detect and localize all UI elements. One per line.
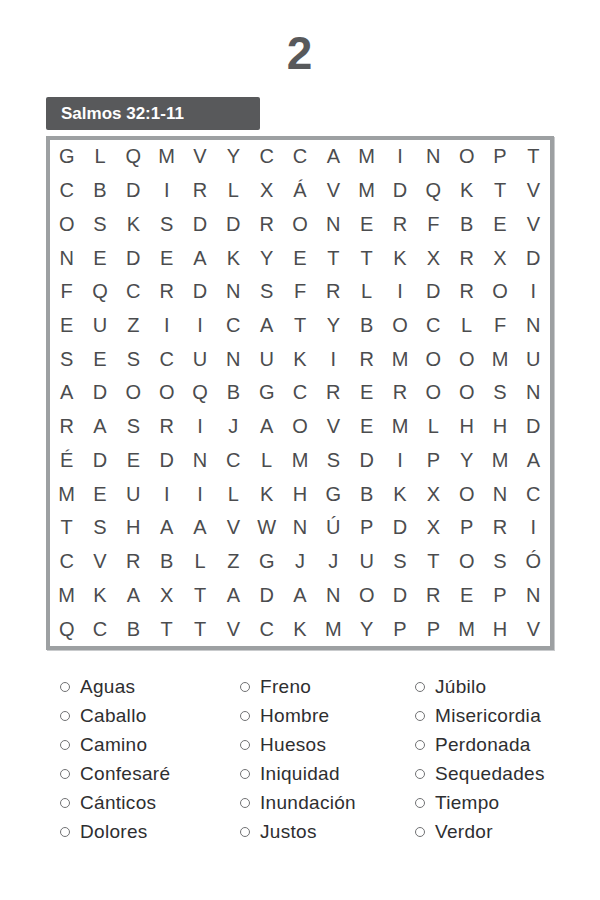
grid-cell[interactable]: V: [183, 140, 216, 174]
grid-cell[interactable]: C: [283, 376, 316, 410]
grid-cell[interactable]: O: [283, 207, 316, 241]
grid-cell[interactable]: I: [183, 410, 216, 444]
grid-cell[interactable]: N: [483, 477, 516, 511]
grid-cell[interactable]: P: [417, 612, 450, 646]
word-label: Caballo: [80, 705, 147, 727]
grid-cell[interactable]: T: [183, 612, 216, 646]
grid-cell[interactable]: H: [483, 612, 516, 646]
grid-cell[interactable]: I: [183, 477, 216, 511]
grid-cell[interactable]: Ú: [317, 511, 350, 545]
grid-cell[interactable]: K: [250, 477, 283, 511]
word-label: Huesos: [260, 734, 326, 756]
grid-cell[interactable]: Q: [417, 174, 450, 208]
grid-cell[interactable]: H: [483, 410, 516, 444]
grid-cell[interactable]: R: [317, 376, 350, 410]
grid-cell[interactable]: T: [350, 241, 383, 275]
grid-cell[interactable]: A: [217, 579, 250, 613]
word-item: Huesos: [240, 730, 356, 759]
grid-cell[interactable]: F: [283, 275, 316, 309]
scripture-badge: Salmos 32:1-11: [46, 97, 260, 130]
grid-cell[interactable]: V: [517, 612, 550, 646]
grid-cell[interactable]: S: [250, 275, 283, 309]
grid-cell[interactable]: Ó: [517, 545, 550, 579]
word-search-grid: GLQMVYCCAMINOPTCBDIRLXÁVMDQKTVOSKSDDRONE…: [46, 136, 554, 650]
grid-cell[interactable]: O: [50, 207, 83, 241]
grid-cell[interactable]: J: [317, 545, 350, 579]
word-label: Camino: [80, 734, 147, 756]
grid-cell[interactable]: D: [250, 579, 283, 613]
grid-cell[interactable]: A: [117, 579, 150, 613]
grid-cell[interactable]: I: [517, 275, 550, 309]
grid-cell[interactable]: Y: [317, 309, 350, 343]
grid-cell[interactable]: D: [117, 174, 150, 208]
grid-cell[interactable]: C: [417, 309, 450, 343]
grid-cell[interactable]: E: [83, 477, 116, 511]
grid-cell[interactable]: Q: [50, 612, 83, 646]
word-item: Iniquidad: [240, 759, 356, 788]
grid-cell[interactable]: T: [183, 579, 216, 613]
grid-cell[interactable]: A: [50, 376, 83, 410]
grid-cell[interactable]: X: [150, 579, 183, 613]
grid-cell[interactable]: P: [483, 140, 516, 174]
grid-cell[interactable]: N: [50, 241, 83, 275]
grid-cell[interactable]: A: [250, 309, 283, 343]
grid-cell[interactable]: P: [450, 511, 483, 545]
grid-cell[interactable]: W: [250, 511, 283, 545]
grid-cell[interactable]: K: [383, 241, 416, 275]
grid-cell[interactable]: A: [250, 410, 283, 444]
grid-cell[interactable]: U: [350, 545, 383, 579]
word-checkbox-circle-icon[interactable]: [240, 769, 250, 779]
word-item: Verdor: [415, 817, 545, 846]
word-label: Inundación: [260, 792, 356, 814]
grid-cell[interactable]: O: [117, 376, 150, 410]
grid-cell[interactable]: N: [217, 342, 250, 376]
grid-cell[interactable]: D: [417, 275, 450, 309]
grid-cell[interactable]: S: [83, 207, 116, 241]
grid-cell[interactable]: M: [150, 140, 183, 174]
grid-cell[interactable]: R: [150, 275, 183, 309]
grid-cell[interactable]: I: [150, 477, 183, 511]
grid-cell[interactable]: E: [483, 207, 516, 241]
grid-cell[interactable]: D: [83, 376, 116, 410]
grid-cell[interactable]: G: [250, 545, 283, 579]
grid-cell[interactable]: T: [317, 241, 350, 275]
grid-cell[interactable]: S: [50, 342, 83, 376]
grid-cell[interactable]: B: [450, 207, 483, 241]
grid-cell[interactable]: P: [483, 579, 516, 613]
grid-cell[interactable]: N: [283, 511, 316, 545]
grid-cell[interactable]: X: [417, 477, 450, 511]
grid-cell[interactable]: R: [417, 579, 450, 613]
grid-cell[interactable]: D: [350, 444, 383, 478]
grid-cell[interactable]: M: [50, 477, 83, 511]
word-item: Aguas: [60, 672, 170, 701]
word-checkbox-circle-icon[interactable]: [60, 682, 70, 692]
grid-cell[interactable]: U: [83, 309, 116, 343]
page-number: 2: [0, 26, 600, 80]
word-checkbox-circle-icon[interactable]: [415, 740, 425, 750]
grid-cell[interactable]: K: [283, 342, 316, 376]
grid-cell[interactable]: I: [317, 342, 350, 376]
grid-cell[interactable]: D: [517, 241, 550, 275]
word-item: Justos: [240, 817, 356, 846]
grid-cell[interactable]: M: [383, 342, 416, 376]
word-checkbox-circle-icon[interactable]: [60, 740, 70, 750]
grid-cell[interactable]: L: [250, 444, 283, 478]
grid-cell[interactable]: T: [483, 174, 516, 208]
grid-cell[interactable]: V: [217, 511, 250, 545]
grid-cell[interactable]: A: [517, 444, 550, 478]
grid-cell[interactable]: R: [117, 545, 150, 579]
grid-cell[interactable]: B: [117, 612, 150, 646]
word-label: Freno: [260, 676, 311, 698]
word-item: Júbilo: [415, 672, 545, 701]
grid-cell[interactable]: L: [417, 410, 450, 444]
grid-cell[interactable]: S: [83, 511, 116, 545]
grid-cell[interactable]: E: [83, 342, 116, 376]
grid-cell[interactable]: M: [450, 612, 483, 646]
grid-cell[interactable]: L: [183, 545, 216, 579]
grid-cell[interactable]: Z: [117, 309, 150, 343]
grid-cell[interactable]: C: [50, 545, 83, 579]
grid-cell[interactable]: E: [450, 579, 483, 613]
grid-cell[interactable]: T: [417, 545, 450, 579]
grid-cell[interactable]: S: [483, 376, 516, 410]
grid-cell[interactable]: H: [283, 477, 316, 511]
grid-cell[interactable]: Q: [83, 275, 116, 309]
grid-cell[interactable]: M: [350, 174, 383, 208]
grid-cell[interactable]: C: [217, 444, 250, 478]
grid-cell[interactable]: S: [150, 207, 183, 241]
grid-cell[interactable]: C: [217, 309, 250, 343]
word-label: Iniquidad: [260, 763, 340, 785]
grid-cell[interactable]: K: [117, 207, 150, 241]
grid-cell[interactable]: C: [517, 477, 550, 511]
grid-cell[interactable]: S: [483, 545, 516, 579]
grid-cell[interactable]: V: [517, 174, 550, 208]
grid-cell[interactable]: F: [417, 207, 450, 241]
grid-cell[interactable]: U: [517, 342, 550, 376]
grid-cell[interactable]: R: [350, 342, 383, 376]
grid-cell[interactable]: V: [517, 207, 550, 241]
grid-cell[interactable]: I: [383, 140, 416, 174]
grid-cell[interactable]: U: [117, 477, 150, 511]
grid-cell[interactable]: I: [383, 275, 416, 309]
grid-cell[interactable]: R: [383, 207, 416, 241]
grid-cell[interactable]: K: [450, 174, 483, 208]
word-label: Aguas: [80, 676, 135, 698]
grid-cell[interactable]: O: [417, 342, 450, 376]
word-checkbox-circle-icon[interactable]: [240, 682, 250, 692]
grid-cell[interactable]: B: [83, 174, 116, 208]
grid-cell[interactable]: C: [250, 612, 283, 646]
grid-cell[interactable]: U: [250, 342, 283, 376]
grid-cell[interactable]: A: [283, 579, 316, 613]
grid-cell[interactable]: T: [517, 140, 550, 174]
grid-cell[interactable]: O: [483, 275, 516, 309]
grid-cell[interactable]: V: [83, 545, 116, 579]
word-checkbox-circle-icon[interactable]: [60, 827, 70, 837]
word-item: Misericordia: [415, 701, 545, 730]
word-item: Tiempo: [415, 788, 545, 817]
word-label: Confesaré: [80, 763, 170, 785]
grid-cell[interactable]: A: [183, 241, 216, 275]
grid-cell[interactable]: N: [317, 207, 350, 241]
grid-cell[interactable]: H: [117, 511, 150, 545]
grid-cell[interactable]: K: [83, 579, 116, 613]
grid-cell[interactable]: C: [150, 342, 183, 376]
word-checkbox-circle-icon[interactable]: [240, 711, 250, 721]
grid-cell[interactable]: H: [450, 410, 483, 444]
word-label: Misericordia: [435, 705, 541, 727]
word-checkbox-circle-icon[interactable]: [415, 711, 425, 721]
word-item: Caballo: [60, 701, 170, 730]
word-label: Sequedades: [435, 763, 545, 785]
grid-cell[interactable]: Y: [250, 241, 283, 275]
word-label: Júbilo: [435, 676, 486, 698]
grid-cell[interactable]: M: [483, 342, 516, 376]
word-checkbox-circle-icon[interactable]: [60, 769, 70, 779]
grid-cell[interactable]: I: [383, 444, 416, 478]
grid-cell[interactable]: J: [283, 545, 316, 579]
grid-cell[interactable]: V: [317, 410, 350, 444]
grid-cell[interactable]: F: [50, 275, 83, 309]
grid-cell[interactable]: N: [183, 444, 216, 478]
grid-cell[interactable]: D: [83, 444, 116, 478]
grid-cell[interactable]: S: [117, 410, 150, 444]
grid-cell[interactable]: N: [517, 376, 550, 410]
grid-cell[interactable]: Y: [350, 612, 383, 646]
grid-cell[interactable]: B: [150, 545, 183, 579]
grid-cell[interactable]: B: [350, 477, 383, 511]
grid-cell[interactable]: M: [317, 612, 350, 646]
grid-cell[interactable]: L: [350, 275, 383, 309]
grid-cell[interactable]: M: [350, 140, 383, 174]
grid-cell[interactable]: A: [317, 140, 350, 174]
grid-cell[interactable]: P: [383, 612, 416, 646]
grid-cell[interactable]: R: [150, 410, 183, 444]
grid-cell[interactable]: R: [183, 174, 216, 208]
grid-cell[interactable]: C: [50, 174, 83, 208]
grid-cell[interactable]: O: [150, 376, 183, 410]
grid-cell[interactable]: K: [383, 477, 416, 511]
grid-cell[interactable]: S: [317, 444, 350, 478]
grid-cell[interactable]: R: [483, 511, 516, 545]
grid-cell[interactable]: M: [283, 444, 316, 478]
grid-cell[interactable]: B: [217, 376, 250, 410]
grid-cell[interactable]: Z: [217, 545, 250, 579]
word-item: Inundación: [240, 788, 356, 817]
grid-cell[interactable]: E: [350, 376, 383, 410]
grid-cell[interactable]: X: [417, 241, 450, 275]
word-column: FrenoHombreHuesosIniquidadInundaciónJust…: [240, 672, 356, 846]
grid-cell[interactable]: F: [483, 309, 516, 343]
grid-cell[interactable]: D: [183, 275, 216, 309]
word-label: Cánticos: [80, 792, 156, 814]
grid-cell[interactable]: R: [450, 241, 483, 275]
grid-cell[interactable]: V: [317, 174, 350, 208]
grid-cell[interactable]: K: [217, 241, 250, 275]
grid-cell[interactable]: É: [50, 444, 83, 478]
grid-cell[interactable]: N: [317, 579, 350, 613]
grid-cell[interactable]: M: [383, 410, 416, 444]
grid-cell[interactable]: G: [250, 376, 283, 410]
word-label: Verdor: [435, 821, 493, 843]
grid-cell[interactable]: E: [50, 309, 83, 343]
word-label: Tiempo: [435, 792, 499, 814]
word-checkbox-circle-icon[interactable]: [415, 798, 425, 808]
grid-cell[interactable]: V: [217, 612, 250, 646]
word-checkbox-circle-icon[interactable]: [60, 711, 70, 721]
grid-cell[interactable]: G: [50, 140, 83, 174]
grid-cell[interactable]: N: [517, 579, 550, 613]
grid-cell[interactable]: N: [217, 275, 250, 309]
word-item: Perdonada: [415, 730, 545, 759]
grid-cell[interactable]: T: [150, 612, 183, 646]
word-label: Dolores: [80, 821, 148, 843]
grid-cell[interactable]: C: [250, 140, 283, 174]
word-item: Freno: [240, 672, 356, 701]
word-checkbox-circle-icon[interactable]: [240, 827, 250, 837]
grid-cell[interactable]: Y: [217, 140, 250, 174]
grid-cell[interactable]: D: [150, 444, 183, 478]
grid-cell[interactable]: O: [450, 477, 483, 511]
word-item: Camino: [60, 730, 170, 759]
grid-cell[interactable]: L: [217, 174, 250, 208]
grid-cell[interactable]: K: [283, 612, 316, 646]
grid-cell[interactable]: L: [450, 309, 483, 343]
grid-cell[interactable]: D: [517, 410, 550, 444]
grid-cell[interactable]: A: [83, 410, 116, 444]
word-list: AguasCaballoCaminoConfesaréCánticosDolor…: [0, 672, 600, 852]
grid-cell[interactable]: D: [383, 511, 416, 545]
grid-cell[interactable]: L: [217, 477, 250, 511]
word-checkbox-circle-icon[interactable]: [60, 798, 70, 808]
grid-cell[interactable]: L: [83, 140, 116, 174]
grid-cell[interactable]: U: [183, 342, 216, 376]
grid-cell[interactable]: O: [417, 376, 450, 410]
grid-cell[interactable]: X: [417, 511, 450, 545]
word-checkbox-circle-icon[interactable]: [415, 827, 425, 837]
grid-cell[interactable]: N: [517, 309, 550, 343]
grid-cell[interactable]: C: [83, 612, 116, 646]
grid-cell[interactable]: E: [350, 207, 383, 241]
word-item: Dolores: [60, 817, 170, 846]
grid-cell[interactable]: Q: [117, 140, 150, 174]
grid-cell[interactable]: E: [350, 410, 383, 444]
word-item: Cánticos: [60, 788, 170, 817]
grid-cell[interactable]: S: [383, 545, 416, 579]
grid-cell[interactable]: M: [50, 579, 83, 613]
grid-cell[interactable]: D: [183, 207, 216, 241]
grid-cell[interactable]: S: [117, 342, 150, 376]
grid-cell[interactable]: P: [417, 444, 450, 478]
grid-cell[interactable]: E: [283, 241, 316, 275]
word-checkbox-circle-icon[interactable]: [415, 769, 425, 779]
grid-cell[interactable]: I: [150, 309, 183, 343]
grid-cell[interactable]: D: [383, 174, 416, 208]
grid-cell[interactable]: C: [117, 275, 150, 309]
grid-cell[interactable]: M: [483, 444, 516, 478]
grid-cell[interactable]: B: [350, 309, 383, 343]
word-checkbox-circle-icon[interactable]: [240, 798, 250, 808]
grid-cell[interactable]: O: [450, 376, 483, 410]
grid-cell[interactable]: I: [517, 511, 550, 545]
grid-cell[interactable]: O: [450, 342, 483, 376]
word-label: Justos: [260, 821, 317, 843]
grid-cell[interactable]: I: [150, 174, 183, 208]
grid-cell[interactable]: C: [283, 140, 316, 174]
grid-cell[interactable]: P: [350, 511, 383, 545]
grid-cell[interactable]: A: [150, 511, 183, 545]
grid-cell[interactable]: R: [383, 376, 416, 410]
grid-cell[interactable]: Y: [450, 444, 483, 478]
grid-cell[interactable]: R: [50, 410, 83, 444]
grid-cell[interactable]: T: [283, 309, 316, 343]
word-label: Hombre: [260, 705, 329, 727]
word-label: Perdonada: [435, 734, 531, 756]
grid-cell[interactable]: X: [483, 241, 516, 275]
grid-cell[interactable]: J: [217, 410, 250, 444]
word-column: JúbiloMisericordiaPerdonadaSequedadesTie…: [415, 672, 545, 846]
grid-cell[interactable]: G: [317, 477, 350, 511]
grid-cell[interactable]: X: [250, 174, 283, 208]
word-item: Confesaré: [60, 759, 170, 788]
word-checkbox-circle-icon[interactable]: [415, 682, 425, 692]
word-column: AguasCaballoCaminoConfesaréCánticosDolor…: [60, 672, 170, 846]
grid-cell[interactable]: Á: [283, 174, 316, 208]
grid-cell[interactable]: N: [417, 140, 450, 174]
grid-cell[interactable]: E: [83, 241, 116, 275]
grid-cell[interactable]: O: [350, 579, 383, 613]
word-checkbox-circle-icon[interactable]: [240, 740, 250, 750]
grid-cell[interactable]: O: [450, 140, 483, 174]
grid-cell[interactable]: O: [283, 410, 316, 444]
grid-cell[interactable]: Q: [183, 376, 216, 410]
grid-cell[interactable]: O: [450, 545, 483, 579]
grid-cell[interactable]: E: [117, 444, 150, 478]
grid-cell[interactable]: A: [183, 511, 216, 545]
word-item: Hombre: [240, 701, 356, 730]
grid-cell[interactable]: R: [450, 275, 483, 309]
grid-cell[interactable]: D: [117, 241, 150, 275]
grid-cell[interactable]: O: [383, 309, 416, 343]
grid-cell[interactable]: T: [50, 511, 83, 545]
grid-cell[interactable]: I: [183, 309, 216, 343]
grid-cell[interactable]: D: [383, 579, 416, 613]
grid-cell[interactable]: R: [317, 275, 350, 309]
grid-cell[interactable]: R: [250, 207, 283, 241]
word-item: Sequedades: [415, 759, 545, 788]
grid-cell[interactable]: D: [217, 207, 250, 241]
grid-cell[interactable]: E: [150, 241, 183, 275]
